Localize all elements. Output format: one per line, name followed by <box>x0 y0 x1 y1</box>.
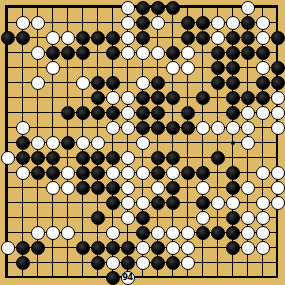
black-stone <box>226 46 240 60</box>
black-stone <box>181 121 195 135</box>
black-stone <box>76 181 90 195</box>
black-stone <box>76 46 90 60</box>
white-stone <box>211 121 225 135</box>
white-stone <box>91 136 105 150</box>
black-stone <box>16 136 30 150</box>
black-stone <box>1 31 15 45</box>
white-stone <box>226 16 240 30</box>
black-stone <box>166 196 180 210</box>
black-stone <box>196 31 210 45</box>
black-stone <box>61 136 75 150</box>
black-stone <box>46 166 60 180</box>
black-stone <box>106 196 120 210</box>
black-stone <box>31 166 45 180</box>
white-stone <box>271 181 285 195</box>
black-stone <box>151 256 165 270</box>
white-stone <box>181 226 195 240</box>
white-stone <box>211 16 225 30</box>
white-stone <box>121 16 135 30</box>
black-stone <box>46 46 60 60</box>
white-stone <box>256 106 270 120</box>
white-stone <box>166 226 180 240</box>
white-stone <box>181 46 195 60</box>
white-stone <box>1 151 15 165</box>
black-stone <box>181 106 195 120</box>
black-stone <box>136 31 150 45</box>
black-stone <box>91 31 105 45</box>
black-stone <box>211 76 225 90</box>
black-stone <box>91 91 105 105</box>
white-stone <box>241 211 255 225</box>
white-stone <box>151 46 165 60</box>
black-stone <box>226 226 240 240</box>
white-stone <box>136 256 150 270</box>
star-point <box>231 141 235 145</box>
white-stone <box>271 106 285 120</box>
black-stone <box>241 91 255 105</box>
black-stone <box>76 241 90 255</box>
black-stone <box>121 241 135 255</box>
black-stone <box>181 16 195 30</box>
black-stone <box>121 256 135 270</box>
white-stone <box>256 31 270 45</box>
white-stone <box>31 16 45 30</box>
black-stone <box>226 91 240 105</box>
black-stone <box>196 196 210 210</box>
black-stone <box>166 1 180 15</box>
black-stone <box>76 106 90 120</box>
white-stone <box>106 91 120 105</box>
white-stone <box>46 181 60 195</box>
white-stone <box>181 61 195 75</box>
white-stone <box>271 91 285 105</box>
black-stone <box>61 46 75 60</box>
white-stone <box>256 16 270 30</box>
white-stone <box>196 121 210 135</box>
black-stone <box>106 46 120 60</box>
white-stone <box>136 136 150 150</box>
white-stone <box>241 136 255 150</box>
black-stone <box>151 106 165 120</box>
white-stone <box>226 121 240 135</box>
white-stone <box>121 196 135 210</box>
black-stone <box>76 151 90 165</box>
black-stone <box>226 166 240 180</box>
black-stone <box>76 166 90 180</box>
black-stone <box>136 226 150 240</box>
white-stone <box>121 1 135 15</box>
white-stone <box>46 226 60 240</box>
black-stone <box>271 31 285 45</box>
black-stone <box>226 61 240 75</box>
white-stone <box>121 31 135 45</box>
black-stone <box>31 241 45 255</box>
white-stone <box>196 181 210 195</box>
black-stone <box>211 46 225 60</box>
white-stone <box>136 46 150 60</box>
black-stone <box>76 31 90 45</box>
white-stone <box>61 31 75 45</box>
black-stone <box>196 226 210 240</box>
black-stone <box>271 61 285 75</box>
white-stone <box>16 121 30 135</box>
white-stone <box>256 241 270 255</box>
white-stone <box>166 241 180 255</box>
black-stone <box>241 16 255 30</box>
white-stone <box>241 226 255 240</box>
black-stone <box>151 151 165 165</box>
black-stone <box>91 76 105 90</box>
white-stone <box>241 181 255 195</box>
black-stone <box>166 121 180 135</box>
black-stone <box>106 106 120 120</box>
black-stone <box>16 241 30 255</box>
move-number-label: 94 <box>122 274 132 282</box>
black-stone <box>106 31 120 45</box>
white-stone <box>16 166 30 180</box>
black-stone <box>241 31 255 45</box>
white-stone <box>136 166 150 180</box>
black-stone <box>196 91 210 105</box>
white-stone <box>256 166 270 180</box>
black-stone <box>271 76 285 90</box>
black-stone <box>151 76 165 90</box>
black-stone <box>91 166 105 180</box>
white-stone <box>256 226 270 240</box>
white-stone <box>271 121 285 135</box>
white-stone <box>211 196 225 210</box>
white-stone <box>151 16 165 30</box>
white-stone <box>211 31 225 45</box>
white-stone <box>136 196 150 210</box>
white-stone <box>256 61 270 75</box>
black-stone <box>151 121 165 135</box>
black-stone <box>106 181 120 195</box>
white-stone <box>226 196 240 210</box>
white-stone <box>76 136 90 150</box>
black-stone <box>211 151 225 165</box>
white-stone <box>106 256 120 270</box>
black-stone <box>166 181 180 195</box>
white-stone <box>121 106 135 120</box>
white-stone <box>106 166 120 180</box>
black-stone <box>91 106 105 120</box>
white-stone <box>121 151 135 165</box>
black-stone <box>91 211 105 225</box>
black-stone <box>181 166 195 180</box>
black-stone <box>151 241 165 255</box>
black-stone <box>166 256 180 270</box>
white-stone <box>241 1 255 15</box>
white-stone <box>181 241 195 255</box>
black-stone <box>106 241 120 255</box>
white-stone <box>256 196 270 210</box>
white-stone <box>61 181 75 195</box>
white-stone <box>46 31 60 45</box>
black-stone <box>241 46 255 60</box>
black-stone <box>256 46 270 60</box>
white-stone <box>31 226 45 240</box>
marked-move-stone: 94 <box>121 271 135 285</box>
white-stone <box>166 61 180 75</box>
white-stone <box>61 166 75 180</box>
white-stone <box>121 166 135 180</box>
black-stone <box>256 91 270 105</box>
white-stone <box>121 211 135 225</box>
white-stone <box>136 241 150 255</box>
black-stone <box>166 46 180 60</box>
white-stone <box>241 241 255 255</box>
black-stone <box>151 91 165 105</box>
white-stone <box>121 46 135 60</box>
white-stone <box>271 166 285 180</box>
black-stone <box>211 61 225 75</box>
white-stone <box>151 226 165 240</box>
black-stone <box>151 166 165 180</box>
black-stone <box>226 106 240 120</box>
white-stone <box>61 226 75 240</box>
white-stone <box>271 196 285 210</box>
black-stone <box>91 151 105 165</box>
black-stone <box>136 1 150 15</box>
white-stone <box>241 106 255 120</box>
black-stone <box>16 151 30 165</box>
black-stone <box>106 76 120 90</box>
black-stone <box>226 31 240 45</box>
black-stone <box>226 76 240 90</box>
black-stone <box>136 211 150 225</box>
black-stone <box>226 181 240 195</box>
black-stone <box>166 151 180 165</box>
white-stone <box>31 136 45 150</box>
black-stone <box>136 106 150 120</box>
white-stone <box>106 121 120 135</box>
black-stone <box>46 151 60 165</box>
black-stone <box>91 181 105 195</box>
white-stone <box>151 181 165 195</box>
white-stone <box>46 136 60 150</box>
black-stone <box>31 151 45 165</box>
black-stone <box>226 241 240 255</box>
black-stone <box>151 1 165 15</box>
black-stone <box>91 256 105 270</box>
black-stone <box>256 76 270 90</box>
black-stone <box>16 256 30 270</box>
white-stone <box>121 121 135 135</box>
white-stone <box>31 76 45 90</box>
black-stone <box>196 166 210 180</box>
white-stone <box>76 76 90 90</box>
white-stone <box>16 16 30 30</box>
white-stone <box>106 226 120 240</box>
white-stone <box>256 211 270 225</box>
black-stone <box>181 31 195 45</box>
black-stone <box>106 271 120 285</box>
black-stone <box>106 151 120 165</box>
black-stone <box>166 91 180 105</box>
white-stone <box>196 211 210 225</box>
go-board: 94 <box>0 0 285 285</box>
white-stone <box>166 166 180 180</box>
white-stone <box>1 241 15 255</box>
white-stone <box>241 121 255 135</box>
black-stone <box>16 31 30 45</box>
white-stone <box>121 181 135 195</box>
white-stone <box>121 91 135 105</box>
black-stone <box>61 106 75 120</box>
black-stone <box>196 16 210 30</box>
black-stone <box>226 211 240 225</box>
white-stone <box>31 46 45 60</box>
white-stone <box>181 256 195 270</box>
black-stone <box>136 91 150 105</box>
black-stone <box>151 196 165 210</box>
white-stone <box>136 76 150 90</box>
black-stone <box>136 16 150 30</box>
white-stone <box>46 61 60 75</box>
black-stone <box>211 226 225 240</box>
black-stone <box>136 121 150 135</box>
black-stone <box>91 241 105 255</box>
